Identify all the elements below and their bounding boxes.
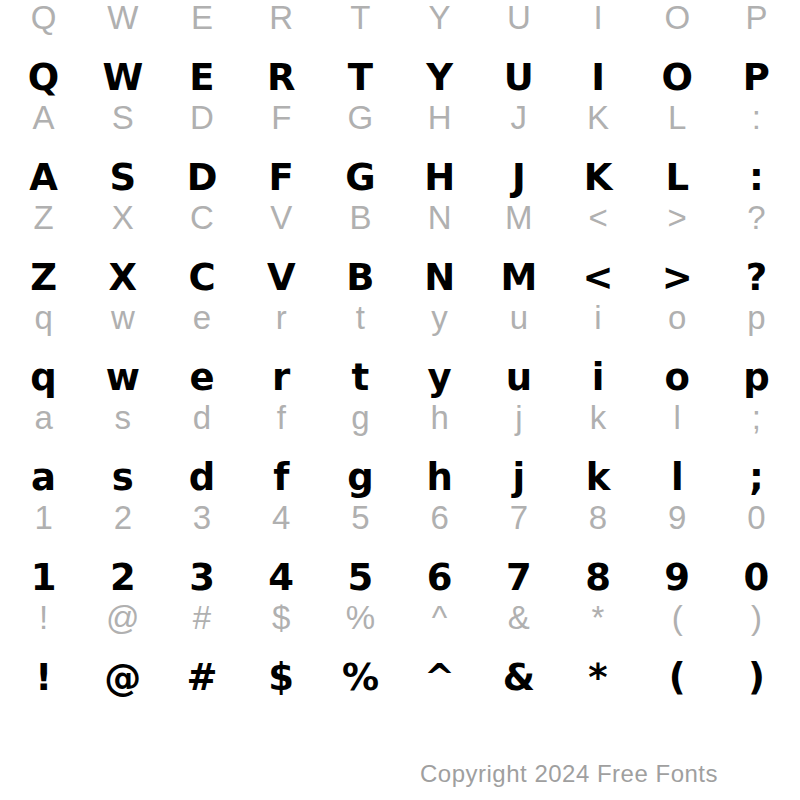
char-cell: D bbox=[162, 159, 241, 196]
char-row-gray: qwertyuiop bbox=[4, 301, 796, 334]
char-cell: ! bbox=[4, 659, 83, 696]
char-cell: H bbox=[400, 159, 479, 196]
char-cell: ; bbox=[717, 459, 796, 496]
char-cell: o bbox=[638, 301, 717, 334]
char-cell: K bbox=[558, 159, 637, 196]
char-cell: 3 bbox=[162, 501, 241, 534]
char-cell: 6 bbox=[400, 559, 479, 596]
char-cell: X bbox=[83, 201, 162, 234]
char-cell: A bbox=[4, 101, 83, 134]
char-cell: 0 bbox=[717, 501, 796, 534]
char-cell: 1 bbox=[4, 501, 83, 534]
char-cell: B bbox=[321, 201, 400, 234]
char-cell: d bbox=[162, 459, 241, 496]
char-cell: R bbox=[242, 1, 321, 34]
char-cell: d bbox=[162, 401, 241, 434]
char-cell: g bbox=[321, 401, 400, 434]
char-cell: Q bbox=[4, 1, 83, 34]
char-cell: a bbox=[4, 401, 83, 434]
char-cell: X bbox=[83, 259, 162, 296]
char-cell: w bbox=[83, 359, 162, 396]
char-cell: L bbox=[638, 159, 717, 196]
char-cell: 3 bbox=[162, 559, 241, 596]
char-cell: B bbox=[321, 259, 400, 296]
char-cell: a bbox=[4, 459, 83, 496]
char-cell: f bbox=[242, 401, 321, 434]
char-cell: < bbox=[558, 259, 637, 296]
copyright-watermark: Copyright 2024 Free Fonts bbox=[420, 760, 718, 788]
char-cell: 7 bbox=[479, 501, 558, 534]
char-row-bold: ZXCVBNM<>? bbox=[4, 259, 796, 296]
char-cell: 9 bbox=[638, 501, 717, 534]
char-cell: p bbox=[717, 359, 796, 396]
char-cell: 5 bbox=[321, 559, 400, 596]
char-cell: h bbox=[400, 401, 479, 434]
char-cell: ! bbox=[4, 601, 83, 634]
char-cell: O bbox=[638, 1, 717, 34]
char-cell: g bbox=[321, 459, 400, 496]
char-cell: 0 bbox=[717, 559, 796, 596]
char-cell: ^ bbox=[400, 601, 479, 634]
char-cell: h bbox=[400, 459, 479, 496]
char-cell: ^ bbox=[400, 659, 479, 696]
char-cell: 8 bbox=[558, 559, 637, 596]
char-cell: J bbox=[479, 159, 558, 196]
char-cell: D bbox=[162, 101, 241, 134]
char-cell: # bbox=[162, 601, 241, 634]
char-cell: 2 bbox=[83, 559, 162, 596]
char-cell: q bbox=[4, 359, 83, 396]
char-cell: C bbox=[162, 259, 241, 296]
char-cell: 1 bbox=[4, 559, 83, 596]
char-cell: Y bbox=[400, 59, 479, 96]
char-cell: t bbox=[321, 301, 400, 334]
char-cell: 5 bbox=[321, 501, 400, 534]
char-cell: K bbox=[558, 101, 637, 134]
char-cell: > bbox=[638, 259, 717, 296]
char-cell: 8 bbox=[558, 501, 637, 534]
char-cell: u bbox=[479, 301, 558, 334]
char-row-gray: ZXCVBNM<>? bbox=[4, 201, 796, 234]
char-cell: A bbox=[4, 159, 83, 196]
char-cell: Q bbox=[4, 59, 83, 96]
char-cell: O bbox=[638, 59, 717, 96]
character-grid: QWERTYUIOPQWERTYUIOPASDFGHJKL:ASDFGHJKL:… bbox=[0, 0, 800, 800]
char-row-gray: ASDFGHJKL: bbox=[4, 101, 796, 134]
char-cell: W bbox=[83, 1, 162, 34]
char-cell: W bbox=[83, 59, 162, 96]
char-cell: $ bbox=[242, 601, 321, 634]
char-row-gray: !@#$%^&*() bbox=[4, 601, 796, 634]
char-cell: @ bbox=[83, 601, 162, 634]
char-cell: Z bbox=[4, 201, 83, 234]
char-row-bold: 1234567890 bbox=[4, 559, 796, 596]
char-cell: p bbox=[717, 301, 796, 334]
char-row-bold: ASDFGHJKL: bbox=[4, 159, 796, 196]
char-cell: 9 bbox=[638, 559, 717, 596]
char-cell: V bbox=[242, 259, 321, 296]
char-cell: C bbox=[162, 201, 241, 234]
char-cell: N bbox=[400, 201, 479, 234]
char-cell: 6 bbox=[400, 501, 479, 534]
char-cell: J bbox=[479, 101, 558, 134]
char-cell: i bbox=[558, 301, 637, 334]
char-cell: P bbox=[717, 59, 796, 96]
char-cell: : bbox=[717, 159, 796, 196]
char-cell: V bbox=[242, 201, 321, 234]
char-cell: 2 bbox=[83, 501, 162, 534]
char-cell: l bbox=[638, 459, 717, 496]
char-cell: j bbox=[479, 401, 558, 434]
char-cell: u bbox=[479, 359, 558, 396]
char-cell: f bbox=[242, 459, 321, 496]
char-row-gray: 1234567890 bbox=[4, 501, 796, 534]
char-cell: j bbox=[479, 459, 558, 496]
char-cell: l bbox=[638, 401, 717, 434]
char-cell: T bbox=[321, 1, 400, 34]
char-cell: o bbox=[638, 359, 717, 396]
char-row-bold: asdfghjkl; bbox=[4, 459, 796, 496]
char-cell: 4 bbox=[242, 501, 321, 534]
char-cell: S bbox=[83, 101, 162, 134]
char-row-bold: QWERTYUIOP bbox=[4, 59, 796, 96]
char-cell: * bbox=[558, 601, 637, 634]
char-cell: < bbox=[558, 201, 637, 234]
char-cell: s bbox=[83, 459, 162, 496]
char-cell: ) bbox=[717, 659, 796, 696]
char-row-bold: qwertyuiop bbox=[4, 359, 796, 396]
char-cell: q bbox=[4, 301, 83, 334]
char-cell: ( bbox=[638, 601, 717, 634]
char-cell: T bbox=[321, 59, 400, 96]
char-cell: G bbox=[321, 159, 400, 196]
char-cell: Z bbox=[4, 259, 83, 296]
char-cell: N bbox=[400, 259, 479, 296]
char-cell: ) bbox=[717, 601, 796, 634]
char-cell: : bbox=[717, 101, 796, 134]
char-cell: H bbox=[400, 101, 479, 134]
char-cell: ; bbox=[717, 401, 796, 434]
char-cell: @ bbox=[83, 659, 162, 696]
char-cell: i bbox=[558, 359, 637, 396]
char-cell: ? bbox=[717, 201, 796, 234]
char-cell: ? bbox=[717, 259, 796, 296]
char-cell: G bbox=[321, 101, 400, 134]
char-cell: & bbox=[479, 659, 558, 696]
char-cell: % bbox=[321, 659, 400, 696]
char-cell: y bbox=[400, 301, 479, 334]
char-cell: U bbox=[479, 59, 558, 96]
char-cell: F bbox=[242, 101, 321, 134]
char-cell: k bbox=[558, 401, 637, 434]
char-cell: L bbox=[638, 101, 717, 134]
char-cell: # bbox=[162, 659, 241, 696]
char-cell: M bbox=[479, 259, 558, 296]
char-cell: > bbox=[638, 201, 717, 234]
char-cell: $ bbox=[242, 659, 321, 696]
char-cell: y bbox=[400, 359, 479, 396]
char-cell: % bbox=[321, 601, 400, 634]
char-cell: P bbox=[717, 1, 796, 34]
char-cell: R bbox=[242, 59, 321, 96]
char-row-gray: QWERTYUIOP bbox=[4, 1, 796, 34]
char-cell: F bbox=[242, 159, 321, 196]
char-row-bold: !@#$%^&*() bbox=[4, 659, 796, 696]
char-cell: s bbox=[83, 401, 162, 434]
char-cell: U bbox=[479, 1, 558, 34]
char-row-gray: asdfghjkl; bbox=[4, 401, 796, 434]
char-cell: r bbox=[242, 301, 321, 334]
char-cell: t bbox=[321, 359, 400, 396]
char-cell: e bbox=[162, 359, 241, 396]
char-cell: S bbox=[83, 159, 162, 196]
char-cell: E bbox=[162, 1, 241, 34]
char-cell: w bbox=[83, 301, 162, 334]
char-cell: r bbox=[242, 359, 321, 396]
char-cell: M bbox=[479, 201, 558, 234]
char-cell: * bbox=[558, 659, 637, 696]
char-cell: I bbox=[558, 59, 637, 96]
char-cell: Y bbox=[400, 1, 479, 34]
char-cell: E bbox=[162, 59, 241, 96]
char-cell: I bbox=[558, 1, 637, 34]
char-cell: k bbox=[558, 459, 637, 496]
char-cell: ( bbox=[638, 659, 717, 696]
char-cell: 7 bbox=[479, 559, 558, 596]
char-cell: e bbox=[162, 301, 241, 334]
char-cell: & bbox=[479, 601, 558, 634]
char-cell: 4 bbox=[242, 559, 321, 596]
